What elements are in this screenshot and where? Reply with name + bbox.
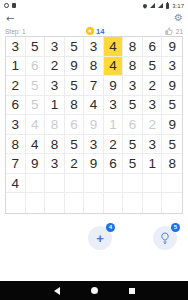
grid-cell[interactable]: 4 [104,37,124,57]
grid-cell[interactable]: 3 [123,76,143,96]
grid-cell[interactable]: 8 [65,96,85,116]
grid-cell[interactable]: 8 [84,57,104,77]
grid-cell[interactable]: 5 [162,135,182,155]
grid-cell[interactable]: 5 [26,37,46,57]
star-count: 14 [96,27,104,36]
grid-cell[interactable]: 8 [45,115,65,135]
grid-cell[interactable] [143,174,163,194]
grid-cell[interactable]: 5 [123,154,143,174]
grid-cell[interactable]: 9 [104,76,124,96]
grid-cell[interactable]: 3 [45,37,65,57]
lightbulb-icon [159,232,171,244]
grid-cell[interactable] [84,174,104,194]
grid-cell[interactable]: 5 [26,96,46,116]
grid-cell[interactable]: 6 [65,115,85,135]
grid-cell[interactable]: 7 [84,76,104,96]
grid-cell[interactable]: 3 [6,37,26,57]
grid-cell[interactable] [65,193,85,213]
grid-cell[interactable]: 2 [6,76,26,96]
grid-cell[interactable]: 2 [45,57,65,77]
step-counter: Step: 1 [5,28,26,35]
hint-count-badge: 5 [171,223,180,232]
grid-cell[interactable]: 9 [162,76,182,96]
grid-cell[interactable]: 6 [104,154,124,174]
grid-cell[interactable]: 9 [26,154,46,174]
grid-cell[interactable]: 4 [6,174,26,194]
grid-cell[interactable]: 5 [162,96,182,116]
grid-cell[interactable]: 9 [162,115,182,135]
grid-cell[interactable]: 5 [123,135,143,155]
nav-back-icon[interactable] [54,287,60,295]
grid-cell[interactable] [143,193,163,213]
grid-cell[interactable]: 1 [6,57,26,77]
grid-cell[interactable]: 2 [65,154,85,174]
grid-cell[interactable] [45,193,65,213]
battery-icon [166,3,169,9]
grid-cell[interactable]: 3 [45,76,65,96]
grid-cell[interactable]: 5 [65,76,85,96]
grid-cell[interactable]: 2 [143,115,163,135]
wifi-icon [150,3,155,8]
grid-cell[interactable]: 3 [162,57,182,77]
thumbs-up-icon [165,27,174,36]
status-bar: 3:17 [0,0,188,11]
clock-icon [4,3,9,8]
add-numbers-button[interactable]: + 4 [88,226,112,250]
grid-cell[interactable]: 8 [123,57,143,77]
location-icon [142,3,148,9]
grid-cell[interactable]: 9 [84,154,104,174]
grid-cell[interactable]: 4 [104,57,124,77]
grid-cell[interactable]: 2 [143,76,163,96]
grid-cell[interactable]: 5 [26,76,46,96]
grid-cell[interactable]: 6 [26,57,46,77]
grid-cell[interactable]: 8 [162,154,182,174]
grid-cell[interactable]: 3 [143,96,163,116]
grid-cell[interactable]: 9 [84,115,104,135]
plus-icon: + [96,232,104,245]
star-coin-icon: ★ [86,27,94,35]
grid-cell[interactable]: 5 [123,96,143,116]
settings-gear-icon[interactable]: ⚙ [174,11,183,25]
likes-count: 21 [176,28,183,35]
grid-cell[interactable]: 3 [45,154,65,174]
app-bar: ← ⚙ [0,11,188,26]
grid-cell[interactable] [123,174,143,194]
grid-cell[interactable]: 9 [65,57,85,77]
grid-cell[interactable]: 4 [26,115,46,135]
grid-cell[interactable]: 4 [26,135,46,155]
nav-home-icon[interactable] [91,287,98,294]
status-time: 3:17 [172,3,184,9]
info-bar: Step: 1 ★ 14 21 [0,26,188,36]
signal-icon [158,3,163,8]
nav-recents-icon[interactable] [129,288,135,294]
grid-cell[interactable]: 6 [123,115,143,135]
board-grid: 3535348691629848532535793296518435353486… [5,36,183,214]
likes[interactable]: 21 [165,27,183,36]
grid-cell[interactable]: 1 [143,154,163,174]
grid-cell[interactable] [26,174,46,194]
android-nav-bar [0,281,188,300]
grid-cell[interactable]: 1 [104,115,124,135]
grid-cell[interactable] [84,193,104,213]
grid-cell[interactable]: 2 [104,135,124,155]
grid-cell[interactable]: 6 [143,37,163,57]
notification-icon [12,3,16,8]
grid-cell[interactable]: 6 [6,96,26,116]
grid-cell[interactable]: 3 [6,115,26,135]
grid-cell[interactable] [162,174,182,194]
grid-cell[interactable]: 3 [84,135,104,155]
grid-cell[interactable] [104,174,124,194]
grid-cell[interactable]: 8 [45,135,65,155]
hint-button[interactable]: 5 [153,226,177,250]
grid-cell[interactable]: 3 [84,37,104,57]
grid-cell[interactable] [123,193,143,213]
grid-cell[interactable] [162,193,182,213]
grid-cell[interactable]: 8 [123,37,143,57]
grid-cell[interactable] [6,193,26,213]
grid-cell[interactable]: 3 [104,96,124,116]
grid-cell[interactable]: 5 [143,57,163,77]
grid-cell[interactable]: 4 [84,96,104,116]
grid-cell[interactable]: 1 [45,96,65,116]
grid-cell[interactable] [104,193,124,213]
back-icon[interactable]: ← [6,12,14,25]
grid-cell[interactable]: 5 [65,135,85,155]
grid-cell[interactable] [26,193,46,213]
grid-cell[interactable] [65,174,85,194]
star-score: ★ 14 [26,27,165,36]
grid-cell[interactable]: 9 [162,37,182,57]
grid-cell[interactable]: 3 [143,135,163,155]
grid-cell[interactable]: 7 [6,154,26,174]
grid-cell[interactable]: 5 [65,37,85,57]
grid-cell[interactable] [45,174,65,194]
grid-cell[interactable]: 8 [6,135,26,155]
add-count-badge: 4 [106,223,115,232]
